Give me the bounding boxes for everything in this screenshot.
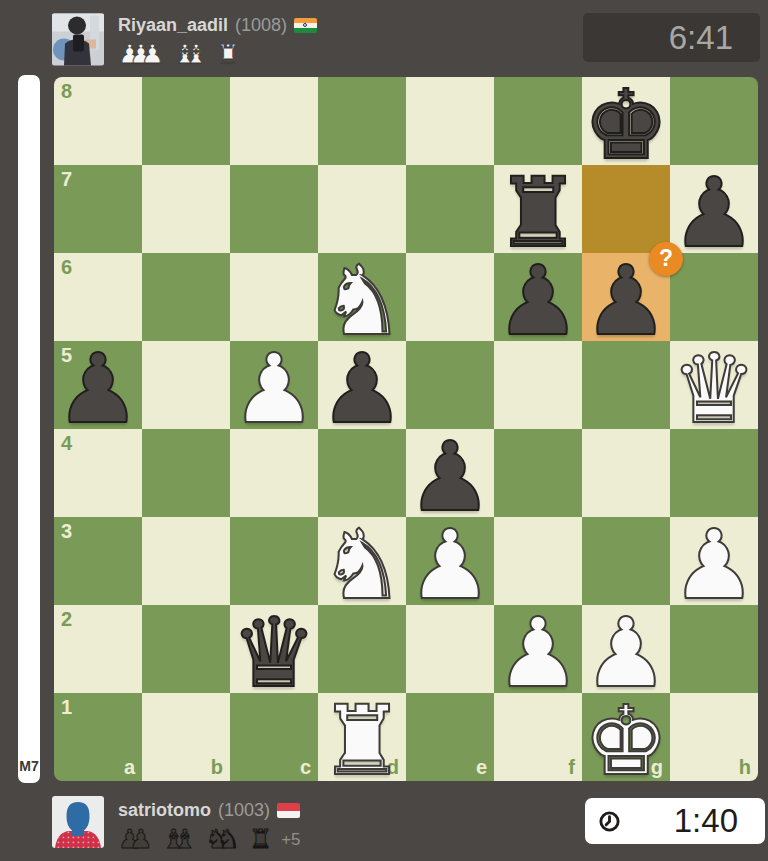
square-c4[interactable] bbox=[230, 429, 318, 517]
top-clock-time: 6:41 bbox=[669, 19, 733, 57]
piece-black-king[interactable]: ♚ bbox=[582, 81, 670, 169]
square-d7[interactable] bbox=[318, 165, 406, 253]
square-h8[interactable] bbox=[670, 77, 758, 165]
square-e5[interactable] bbox=[406, 341, 494, 429]
square-b1[interactable]: b bbox=[142, 693, 230, 781]
square-d3[interactable]: ♞ bbox=[318, 517, 406, 605]
bottom-player-clock: 1:40 bbox=[585, 798, 765, 844]
clock-icon bbox=[598, 810, 621, 833]
square-g7[interactable] bbox=[582, 165, 670, 253]
piece-black-pawn[interactable]: ♟ bbox=[406, 433, 494, 521]
evaluation-bar: M7 bbox=[18, 75, 40, 783]
rank-label-4: 4 bbox=[61, 432, 72, 455]
chess-app: Riyaan_aadil (1008) ♟♟♟♝♝♜ 6:41 M7 8♚7♜♟… bbox=[0, 0, 768, 861]
square-h3[interactable]: ♟ bbox=[670, 517, 758, 605]
square-a4[interactable]: 4 bbox=[54, 429, 142, 517]
top-player-photo bbox=[52, 13, 104, 66]
bottom-player-info: satriotomo (1003) ♟♟♝♝♞♞♜ +5 bbox=[118, 798, 301, 852]
square-f6[interactable]: ♟ bbox=[494, 253, 582, 341]
bottom-captured-glyphs: ♟♟♝♝♞♞♜ bbox=[118, 826, 281, 852]
square-a1[interactable]: 1a bbox=[54, 693, 142, 781]
top-player-name[interactable]: Riyaan_aadil bbox=[118, 15, 228, 36]
rank-label-2: 2 bbox=[61, 608, 72, 631]
piece-black-pawn[interactable]: ♟ bbox=[494, 257, 582, 345]
bottom-captured-pieces: ♟♟♝♝♞♞♜ +5 bbox=[118, 825, 301, 852]
square-a8[interactable]: 8 bbox=[54, 77, 142, 165]
square-b6[interactable] bbox=[142, 253, 230, 341]
rank-label-7: 7 bbox=[61, 168, 72, 191]
piece-white-pawn[interactable]: ♟ bbox=[406, 521, 494, 609]
square-a5[interactable]: 5♟ bbox=[54, 341, 142, 429]
square-h7[interactable]: ♟ bbox=[670, 165, 758, 253]
piece-white-rook[interactable]: ♜ bbox=[318, 697, 406, 781]
square-g4[interactable] bbox=[582, 429, 670, 517]
captured-pawn-icon: ♟ bbox=[129, 826, 152, 852]
square-f5[interactable] bbox=[494, 341, 582, 429]
top-player-info: Riyaan_aadil (1008) ♟♟♟♝♝♜ bbox=[118, 13, 317, 67]
file-label-c: c bbox=[300, 756, 311, 779]
captured-bishop-group: ♝♝ bbox=[173, 41, 208, 67]
square-e6[interactable] bbox=[406, 253, 494, 341]
square-d2[interactable] bbox=[318, 605, 406, 693]
piece-black-pawn[interactable]: ♟ bbox=[318, 345, 406, 433]
captured-pawn-group: ♟♟ bbox=[118, 826, 153, 852]
square-g1[interactable]: g♚ bbox=[582, 693, 670, 781]
square-c2[interactable]: ♛ bbox=[230, 605, 318, 693]
square-a2[interactable]: 2 bbox=[54, 605, 142, 693]
chess-board[interactable]: 8♚7♜♟6♞♟♟5♟♟♟♛4♟3♞♟♟2♛♟♟1abcd♜efg♚h? bbox=[54, 77, 758, 781]
square-h1[interactable]: h bbox=[670, 693, 758, 781]
eval-mate-label: M7 bbox=[18, 758, 40, 774]
piece-white-king[interactable]: ♚ bbox=[582, 697, 670, 781]
bottom-clock-time: 1:40 bbox=[674, 802, 738, 840]
file-label-e: e bbox=[476, 756, 487, 779]
captured-bishop-icon: ♝ bbox=[173, 826, 196, 852]
square-d4[interactable] bbox=[318, 429, 406, 517]
square-f2[interactable]: ♟ bbox=[494, 605, 582, 693]
square-e2[interactable] bbox=[406, 605, 494, 693]
rank-label-3: 3 bbox=[61, 520, 72, 543]
rank-label-6: 6 bbox=[61, 256, 72, 279]
top-captured-pieces: ♟♟♟♝♝♜ bbox=[118, 40, 317, 67]
square-g5[interactable] bbox=[582, 341, 670, 429]
piece-white-pawn[interactable]: ♟ bbox=[670, 521, 758, 609]
square-e8[interactable] bbox=[406, 77, 494, 165]
captured-knight-group: ♞♞ bbox=[205, 826, 240, 852]
bottom-player-rating: (1003) bbox=[218, 800, 270, 821]
captured-pawn-group: ♟♟♟ bbox=[118, 41, 164, 67]
top-player-clock: 6:41 bbox=[583, 13, 760, 62]
square-c1[interactable]: c bbox=[230, 693, 318, 781]
square-g2[interactable]: ♟ bbox=[582, 605, 670, 693]
square-a6[interactable]: 6 bbox=[54, 253, 142, 341]
square-b5[interactable] bbox=[142, 341, 230, 429]
bottom-player-bar: satriotomo (1003) ♟♟♝♝♞♞♜ +5 1:40 bbox=[0, 785, 768, 861]
captured-bishop-group: ♝♝ bbox=[162, 826, 197, 852]
square-f3[interactable] bbox=[494, 517, 582, 605]
square-h5[interactable]: ♛ bbox=[670, 341, 758, 429]
piece-white-pawn[interactable]: ♟ bbox=[230, 345, 318, 433]
rank-label-1: 1 bbox=[61, 696, 72, 719]
square-c6[interactable] bbox=[230, 253, 318, 341]
square-b8[interactable] bbox=[142, 77, 230, 165]
square-c3[interactable] bbox=[230, 517, 318, 605]
captured-rook-icon: ♜ bbox=[217, 41, 240, 67]
piece-black-rook[interactable]: ♜ bbox=[494, 169, 582, 257]
top-player-avatar[interactable] bbox=[52, 13, 104, 66]
file-label-f: f bbox=[568, 756, 575, 779]
square-d8[interactable] bbox=[318, 77, 406, 165]
rank-label-8: 8 bbox=[61, 80, 72, 103]
square-h4[interactable] bbox=[670, 429, 758, 517]
top-player-rating: (1008) bbox=[235, 15, 287, 36]
mistake-badge: ? bbox=[649, 242, 683, 276]
material-advantage: +5 bbox=[281, 828, 300, 852]
file-label-h: h bbox=[739, 756, 751, 779]
square-b3[interactable] bbox=[142, 517, 230, 605]
indonesia-flag-icon bbox=[277, 803, 300, 818]
piece-white-knight[interactable]: ♞ bbox=[318, 257, 406, 345]
square-d1[interactable]: d♜ bbox=[318, 693, 406, 781]
file-label-a: a bbox=[124, 756, 135, 779]
piece-white-pawn[interactable]: ♟ bbox=[582, 609, 670, 697]
piece-white-pawn[interactable]: ♟ bbox=[494, 609, 582, 697]
piece-black-pawn[interactable]: ♟ bbox=[670, 169, 758, 257]
square-b7[interactable] bbox=[142, 165, 230, 253]
captured-bishop-icon: ♝ bbox=[184, 41, 207, 67]
square-f7[interactable]: ♜ bbox=[494, 165, 582, 253]
piece-black-pawn[interactable]: ♟ bbox=[54, 345, 142, 433]
captured-pawn-icon: ♟ bbox=[141, 41, 164, 67]
square-e1[interactable]: e bbox=[406, 693, 494, 781]
square-f4[interactable] bbox=[494, 429, 582, 517]
square-c5[interactable]: ♟ bbox=[230, 341, 318, 429]
india-flag-icon bbox=[294, 18, 317, 33]
piece-black-queen[interactable]: ♛ bbox=[230, 609, 318, 697]
top-player-bar: Riyaan_aadil (1008) ♟♟♟♝♝♜ 6:41 bbox=[0, 0, 768, 77]
bottom-player-avatar[interactable] bbox=[52, 796, 104, 848]
square-c7[interactable] bbox=[230, 165, 318, 253]
square-g3[interactable] bbox=[582, 517, 670, 605]
captured-knight-icon: ♞ bbox=[217, 826, 240, 852]
square-a7[interactable]: 7 bbox=[54, 165, 142, 253]
piece-white-queen[interactable]: ♛ bbox=[670, 345, 758, 433]
captured-rook-group: ♜ bbox=[249, 826, 272, 852]
captured-rook-icon: ♜ bbox=[249, 826, 272, 852]
square-f1[interactable]: f bbox=[494, 693, 582, 781]
square-h6[interactable] bbox=[670, 253, 758, 341]
square-e7[interactable] bbox=[406, 165, 494, 253]
piece-white-knight[interactable]: ♞ bbox=[318, 521, 406, 609]
file-label-b: b bbox=[211, 756, 223, 779]
square-c8[interactable] bbox=[230, 77, 318, 165]
square-b2[interactable] bbox=[142, 605, 230, 693]
square-e4[interactable]: ♟ bbox=[406, 429, 494, 517]
bottom-player-name[interactable]: satriotomo bbox=[118, 800, 211, 821]
default-avatar-icon bbox=[52, 796, 104, 848]
square-d5[interactable]: ♟ bbox=[318, 341, 406, 429]
square-a3[interactable]: 3 bbox=[54, 517, 142, 605]
square-g8[interactable]: ♚ bbox=[582, 77, 670, 165]
square-b4[interactable] bbox=[142, 429, 230, 517]
square-d6[interactable]: ♞ bbox=[318, 253, 406, 341]
square-f8[interactable] bbox=[494, 77, 582, 165]
square-h2[interactable] bbox=[670, 605, 758, 693]
captured-rook-group: ♜ bbox=[217, 41, 240, 67]
square-e3[interactable]: ♟ bbox=[406, 517, 494, 605]
